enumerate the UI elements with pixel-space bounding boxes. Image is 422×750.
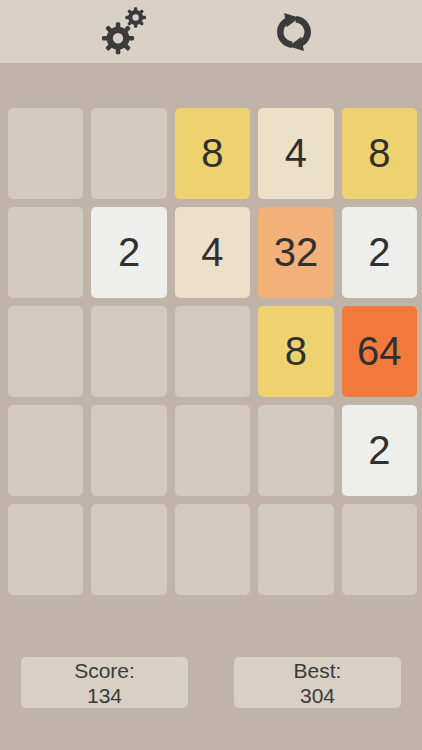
tile-2-r2c5: 2 xyxy=(342,207,417,298)
tile-64-r3c5: 64 xyxy=(342,306,417,397)
best-label: Best: xyxy=(294,658,342,683)
tile-8-r3c4: 8 xyxy=(258,306,333,397)
tile-8-r1c3: 8 xyxy=(175,108,250,199)
app-screen: 848243228642 Score: 134 Best: 304 xyxy=(0,0,422,750)
empty-cell-r4c1 xyxy=(8,405,83,496)
empty-cell-r4c2 xyxy=(91,405,166,496)
gear-icon xyxy=(96,3,150,61)
tile-32-r2c4: 32 xyxy=(258,207,333,298)
tile-8-r1c5: 8 xyxy=(342,108,417,199)
best-value: 304 xyxy=(300,683,335,708)
empty-cell-r3c2 xyxy=(91,306,166,397)
score-label: Score: xyxy=(74,658,135,683)
scorebar: Score: 134 Best: 304 xyxy=(0,657,422,708)
restart-button[interactable] xyxy=(266,3,322,61)
empty-cell-r5c4 xyxy=(258,504,333,595)
empty-cell-r3c1 xyxy=(8,306,83,397)
empty-cell-r5c3 xyxy=(175,504,250,595)
empty-cell-r1c1 xyxy=(8,108,83,199)
score-value: 134 xyxy=(87,683,122,708)
empty-cell-r4c4 xyxy=(258,405,333,496)
tile-2-r2c2: 2 xyxy=(91,207,166,298)
header-bar xyxy=(0,0,422,63)
board[interactable]: 848243228642 xyxy=(8,108,417,595)
restart-icon xyxy=(266,4,322,60)
empty-cell-r1c2 xyxy=(91,108,166,199)
best-panel: Best: 304 xyxy=(234,657,401,708)
score-panel: Score: 134 xyxy=(21,657,188,708)
tile-4-r1c4: 4 xyxy=(258,108,333,199)
empty-cell-r4c3 xyxy=(175,405,250,496)
empty-cell-r5c5 xyxy=(342,504,417,595)
tile-2-r4c5: 2 xyxy=(342,405,417,496)
empty-cell-r2c1 xyxy=(8,207,83,298)
empty-cell-r3c3 xyxy=(175,306,250,397)
empty-cell-r5c1 xyxy=(8,504,83,595)
tile-4-r2c3: 4 xyxy=(175,207,250,298)
settings-button[interactable] xyxy=(95,3,151,61)
empty-cell-r5c2 xyxy=(91,504,166,595)
